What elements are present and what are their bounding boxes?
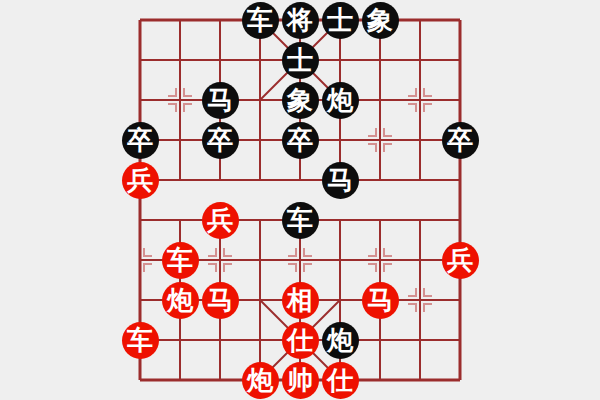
- piece-black-soldier[interactable]: 卒: [282, 122, 319, 159]
- piece-black-elephant[interactable]: 象: [282, 82, 319, 119]
- piece-black-advisor[interactable]: 士: [282, 42, 319, 79]
- piece-black-soldier[interactable]: 卒: [122, 122, 159, 159]
- piece-black-general[interactable]: 将: [282, 2, 319, 39]
- piece-black-horse[interactable]: 马: [202, 82, 239, 119]
- xiangqi-board[interactable]: 车将士象士马象炮卒卒卒卒兵马兵车车兵炮马相马车仕炮炮帅仕: [140, 20, 460, 380]
- piece-red-chariot[interactable]: 车: [162, 242, 199, 279]
- app-background: 车将士象士马象炮卒卒卒卒兵马兵车车兵炮马相马车仕炮炮帅仕: [0, 0, 600, 400]
- piece-red-cannon[interactable]: 炮: [242, 362, 279, 399]
- piece-black-chariot[interactable]: 车: [282, 202, 319, 239]
- piece-black-cannon[interactable]: 炮: [322, 322, 359, 359]
- piece-black-cannon[interactable]: 炮: [322, 82, 359, 119]
- piece-black-advisor[interactable]: 士: [322, 2, 359, 39]
- piece-red-soldier[interactable]: 兵: [442, 242, 479, 279]
- piece-red-elephant[interactable]: 相: [282, 282, 319, 319]
- piece-red-horse[interactable]: 马: [202, 282, 239, 319]
- piece-black-soldier[interactable]: 卒: [442, 122, 479, 159]
- piece-black-chariot[interactable]: 车: [242, 2, 279, 39]
- piece-red-soldier[interactable]: 兵: [122, 162, 159, 199]
- piece-red-advisor[interactable]: 仕: [282, 322, 319, 359]
- piece-black-elephant[interactable]: 象: [362, 2, 399, 39]
- piece-red-general[interactable]: 帅: [282, 362, 319, 399]
- piece-red-horse[interactable]: 马: [362, 282, 399, 319]
- piece-red-cannon[interactable]: 炮: [162, 282, 199, 319]
- piece-black-horse[interactable]: 马: [322, 162, 359, 199]
- piece-red-advisor[interactable]: 仕: [322, 362, 359, 399]
- piece-black-soldier[interactable]: 卒: [202, 122, 239, 159]
- piece-red-chariot[interactable]: 车: [122, 322, 159, 359]
- piece-red-soldier[interactable]: 兵: [202, 202, 239, 239]
